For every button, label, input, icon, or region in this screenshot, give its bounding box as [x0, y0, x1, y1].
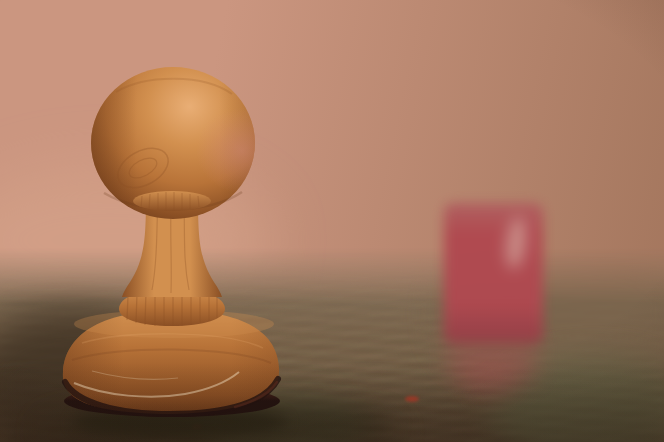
photo: Close-up photograph of a turned wooden h…	[0, 0, 664, 442]
wooden-stamp	[0, 0, 664, 442]
stamp-collar	[133, 191, 211, 211]
